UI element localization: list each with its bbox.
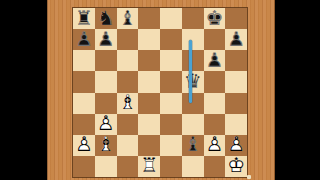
square-g6[interactable]: ♟♙ (204, 50, 226, 71)
square-a2[interactable]: ♟♙ (73, 135, 95, 156)
square-b8[interactable]: ♞♘ (95, 8, 117, 29)
chessboard: ♜♖♞♘♝♗♚♔♟♙♟♙♟♙♟♙♛♕♝♗♟♙♟♙♝♗♝♗♟♙♟♙♜♖♚♔ (73, 8, 247, 177)
square-a3[interactable] (73, 114, 95, 135)
piece-glyph-outline: ♕ (182, 70, 204, 91)
square-f8[interactable] (182, 8, 204, 29)
black-bishop-piece[interactable]: ♝♗ (182, 135, 204, 156)
square-b2[interactable]: ♝♗ (95, 135, 117, 156)
black-knight-piece[interactable]: ♞♘ (95, 8, 117, 29)
square-g4[interactable] (204, 93, 226, 114)
white-pawn-piece[interactable]: ♟♙ (225, 135, 247, 156)
square-e2[interactable] (160, 135, 182, 156)
square-f4[interactable] (182, 93, 204, 114)
chess-app-screen: ♜♖♞♘♝♗♚♔♟♙♟♙♟♙♟♙♛♕♝♗♟♙♟♙♝♗♝♗♟♙♟♙♜♖♚♔ (0, 0, 320, 180)
black-pawn-piece[interactable]: ♟♙ (204, 50, 226, 71)
square-f1[interactable] (182, 156, 204, 177)
square-b3[interactable]: ♟♙ (95, 114, 117, 135)
square-d2[interactable] (138, 135, 160, 156)
black-pawn-piece[interactable]: ♟♙ (73, 29, 95, 50)
square-g5[interactable] (204, 71, 226, 92)
square-d6[interactable] (138, 50, 160, 71)
square-f3[interactable] (182, 114, 204, 135)
black-bishop-piece[interactable]: ♝♗ (117, 8, 139, 29)
square-b7[interactable]: ♟♙ (95, 29, 117, 50)
square-a7[interactable]: ♟♙ (73, 29, 95, 50)
black-queen-piece[interactable]: ♛♕ (182, 71, 204, 92)
square-d5[interactable] (138, 71, 160, 92)
square-g7[interactable] (204, 29, 226, 50)
square-c7[interactable] (117, 29, 139, 50)
square-h4[interactable] (225, 93, 247, 114)
square-c3[interactable] (117, 114, 139, 135)
white-pawn-piece[interactable]: ♟♙ (73, 135, 95, 156)
white-rook-piece[interactable]: ♜♖ (138, 156, 160, 177)
white-pawn-piece[interactable]: ♟♙ (204, 135, 226, 156)
board-frame: ♜♖♞♘♝♗♚♔♟♙♟♙♟♙♟♙♛♕♝♗♟♙♟♙♝♗♝♗♟♙♟♙♜♖♚♔ (47, 0, 275, 180)
square-e6[interactable] (160, 50, 182, 71)
square-f7[interactable] (182, 29, 204, 50)
piece-glyph-outline: ♘ (95, 7, 117, 28)
square-h1[interactable]: ♚♔ (225, 156, 247, 177)
square-a6[interactable] (73, 50, 95, 71)
square-b6[interactable] (95, 50, 117, 71)
square-a5[interactable] (73, 71, 95, 92)
move-annotation-line (189, 40, 192, 103)
white-king-piece[interactable]: ♚♔ (225, 156, 247, 177)
square-f6[interactable] (182, 50, 204, 71)
black-pawn-piece[interactable]: ♟♙ (95, 29, 117, 50)
square-e7[interactable] (160, 29, 182, 50)
square-c5[interactable] (117, 71, 139, 92)
black-rook-piece[interactable]: ♜♖ (73, 8, 95, 29)
square-h3[interactable] (225, 114, 247, 135)
square-c6[interactable] (117, 50, 139, 71)
square-h5[interactable] (225, 71, 247, 92)
square-g2[interactable]: ♟♙ (204, 135, 226, 156)
piece-glyph-outline: ♖ (73, 7, 95, 28)
square-g1[interactable] (204, 156, 226, 177)
piece-glyph-outline: ♗ (117, 92, 139, 113)
piece-glyph-outline: ♙ (204, 49, 226, 70)
square-c8[interactable]: ♝♗ (117, 8, 139, 29)
square-f2[interactable]: ♝♗ (182, 135, 204, 156)
piece-glyph-outline: ♙ (204, 134, 226, 155)
square-d8[interactable] (138, 8, 160, 29)
black-king-piece[interactable]: ♚♔ (204, 8, 226, 29)
square-b1[interactable] (95, 156, 117, 177)
square-b4[interactable] (95, 93, 117, 114)
piece-glyph-outline: ♙ (225, 28, 247, 49)
white-bishop-piece[interactable]: ♝♗ (117, 93, 139, 114)
square-c1[interactable] (117, 156, 139, 177)
square-f5[interactable]: ♛♕ (182, 71, 204, 92)
piece-glyph-outline: ♗ (182, 134, 204, 155)
square-e3[interactable] (160, 114, 182, 135)
square-d4[interactable] (138, 93, 160, 114)
square-d3[interactable] (138, 114, 160, 135)
square-h7[interactable]: ♟♙ (225, 29, 247, 50)
square-h2[interactable]: ♟♙ (225, 135, 247, 156)
white-pawn-piece[interactable]: ♟♙ (95, 114, 117, 135)
square-a1[interactable] (73, 156, 95, 177)
square-e5[interactable] (160, 71, 182, 92)
square-g8[interactable]: ♚♔ (204, 8, 226, 29)
board-corner-dot (247, 175, 251, 179)
square-g3[interactable] (204, 114, 226, 135)
square-e1[interactable] (160, 156, 182, 177)
white-bishop-piece[interactable]: ♝♗ (95, 135, 117, 156)
square-c2[interactable] (117, 135, 139, 156)
square-d1[interactable]: ♜♖ (138, 156, 160, 177)
square-c4[interactable]: ♝♗ (117, 93, 139, 114)
piece-glyph-outline: ♔ (204, 7, 226, 28)
piece-glyph-outline: ♙ (95, 28, 117, 49)
piece-glyph-outline: ♙ (73, 28, 95, 49)
piece-glyph-outline: ♙ (95, 113, 117, 134)
square-a8[interactable]: ♜♖ (73, 8, 95, 29)
square-b5[interactable] (95, 71, 117, 92)
square-a4[interactable] (73, 93, 95, 114)
piece-glyph-outline: ♙ (225, 134, 247, 155)
square-h6[interactable] (225, 50, 247, 71)
black-pawn-piece[interactable]: ♟♙ (225, 29, 247, 50)
piece-glyph-outline: ♖ (138, 155, 160, 176)
piece-glyph-outline: ♗ (95, 134, 117, 155)
square-e8[interactable] (160, 8, 182, 29)
square-h8[interactable] (225, 8, 247, 29)
piece-glyph-outline: ♗ (117, 7, 139, 28)
square-d7[interactable] (138, 29, 160, 50)
piece-glyph-outline: ♙ (73, 134, 95, 155)
piece-glyph-outline: ♔ (225, 155, 247, 176)
square-e4[interactable] (160, 93, 182, 114)
